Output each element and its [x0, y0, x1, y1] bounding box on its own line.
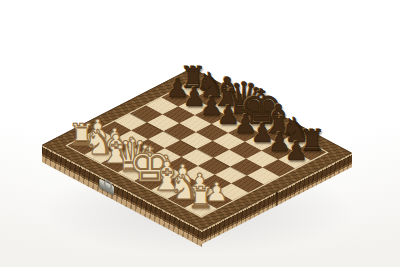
- piece-black-pawn-h7[interactable]: ♟: [285, 138, 308, 164]
- photo-backdrop: ♜♞♝♛♚♝♞♜♟♟♟♟♟♟♟♟♟♟♟♟♟♟♟♟♜♞♝♛♚♝♞♜: [0, 0, 400, 267]
- pieces-layer: ♜♞♝♛♚♝♞♜♟♟♟♟♟♟♟♟♟♟♟♟♟♟♟♟♜♞♝♛♚♝♞♜: [0, 0, 400, 267]
- piece-white-rook-h1[interactable]: ♜: [187, 183, 214, 213]
